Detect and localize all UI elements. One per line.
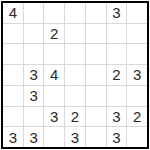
cell-r7c2: 3 [24,127,44,147]
puzzle-board: 4323423332323333 [1,1,149,149]
cell-r1c1: 4 [3,3,23,23]
cell-r7c1: 3 [3,127,23,147]
cell-r6c3: 3 [44,107,64,127]
cell-r6c6: 3 [107,107,127,127]
cell-r3c4[interactable] [65,44,85,64]
cell-r2c2[interactable] [24,24,44,44]
cell-r4c2: 3 [24,65,44,85]
cell-r4c1[interactable] [3,65,23,85]
cell-r4c6: 2 [107,65,127,85]
cell-r3c1[interactable] [3,44,23,64]
cell-r1c7[interactable] [127,3,147,23]
cell-r5c3[interactable] [44,86,64,106]
cell-r2c6[interactable] [107,24,127,44]
cell-r5c5[interactable] [86,86,106,106]
cell-r1c2[interactable] [24,3,44,23]
cell-r7c7[interactable] [127,127,147,147]
cell-r6c4: 2 [65,107,85,127]
cell-r2c1[interactable] [3,24,23,44]
cell-r1c5[interactable] [86,3,106,23]
cell-r5c6[interactable] [107,86,127,106]
cell-r3c5[interactable] [86,44,106,64]
cell-r2c4[interactable] [65,24,85,44]
cell-r7c4: 3 [65,127,85,147]
cell-r3c7[interactable] [127,44,147,64]
cell-r3c6[interactable] [107,44,127,64]
cell-r6c7: 2 [127,107,147,127]
cell-r5c4[interactable] [65,86,85,106]
cell-r4c5[interactable] [86,65,106,85]
cell-r7c6: 3 [107,127,127,147]
cell-r2c3: 2 [44,24,64,44]
cell-r4c4[interactable] [65,65,85,85]
cell-r3c2[interactable] [24,44,44,64]
cell-r4c7: 3 [127,65,147,85]
cell-r6c2[interactable] [24,107,44,127]
cell-r2c5[interactable] [86,24,106,44]
cell-r5c7[interactable] [127,86,147,106]
cell-r2c7[interactable] [127,24,147,44]
cell-r6c1[interactable] [3,107,23,127]
cell-r7c5[interactable] [86,127,106,147]
cell-r5c2: 3 [24,86,44,106]
cell-r5c1[interactable] [3,86,23,106]
cell-r1c4[interactable] [65,3,85,23]
cell-r1c6: 3 [107,3,127,23]
cell-r7c3[interactable] [44,127,64,147]
cell-r4c3: 4 [44,65,64,85]
cell-r6c5[interactable] [86,107,106,127]
cell-r1c3[interactable] [44,3,64,23]
cell-r3c3[interactable] [44,44,64,64]
